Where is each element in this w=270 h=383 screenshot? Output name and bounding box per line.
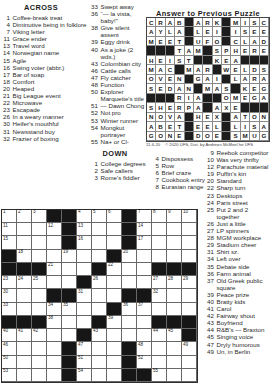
answer-cell: I (241, 122, 250, 131)
grid-cell[interactable] (167, 342, 182, 355)
clue-item: 44R&B's — Braxton (206, 326, 269, 333)
grid-cell[interactable]: 47 (77, 342, 92, 355)
clue-text: R&B's — Braxton (217, 326, 265, 333)
cell-number: 15 (3, 237, 8, 242)
grid-cell[interactable] (137, 329, 152, 342)
grid-cell[interactable]: 42 (32, 329, 47, 342)
cell-number: 39 (108, 316, 113, 321)
clue-number: 22 (2, 99, 10, 106)
grid-cell[interactable] (32, 369, 47, 382)
grid-cell[interactable] (107, 236, 122, 249)
grid-cell[interactable] (17, 342, 32, 355)
grid-cell[interactable]: 25 (32, 276, 47, 289)
clue-text: Standard (217, 177, 242, 184)
answer-cell: I (166, 56, 175, 65)
grid-cell[interactable] (92, 250, 107, 263)
answer-cell: S (260, 65, 269, 74)
grid-cell[interactable] (152, 356, 167, 369)
grid-cell[interactable] (182, 356, 197, 369)
clue-number: 13 (2, 42, 10, 49)
grid-cell[interactable] (152, 303, 167, 316)
answer-cell: D (166, 84, 175, 93)
answer-cell: L (213, 122, 222, 131)
cell-number: 41 (18, 329, 23, 334)
grid-cell[interactable] (152, 236, 167, 249)
grid-cell[interactable] (152, 250, 167, 263)
cell-number: 26 (93, 277, 98, 282)
cell-number: 31 (78, 290, 83, 295)
clue-item: 2Safe callers (90, 167, 147, 174)
grid-cell[interactable] (47, 250, 62, 263)
answer-cell: S (213, 46, 222, 55)
answer-cell: E (241, 46, 250, 55)
grid-cell[interactable]: 5 (92, 210, 107, 223)
crossword-page: { "game": "crossword", "header_across": … (0, 0, 270, 383)
black-cell (147, 94, 156, 103)
grid-cell[interactable] (17, 303, 32, 316)
black-cell (147, 46, 156, 55)
cell-number: 7 (138, 210, 141, 215)
grid-cell[interactable]: 26 (92, 276, 107, 289)
answer-cell: C (166, 65, 175, 74)
grid-cell[interactable] (167, 289, 182, 302)
clue-number: 32 (2, 135, 10, 142)
grid-cell[interactable] (107, 276, 122, 289)
clue-text: — Dawn Chong (101, 102, 145, 109)
cell-number: 24 (18, 277, 23, 282)
answer-cell: C (260, 18, 269, 27)
answer-cell: E (260, 46, 269, 55)
answer-cell: A (260, 94, 269, 103)
grid-cell[interactable]: 37 (137, 303, 152, 316)
answer-cell: A (175, 84, 184, 93)
grid-cell[interactable] (32, 250, 47, 263)
answer-cell: O (213, 37, 222, 46)
clue-text: Cattle calls (101, 67, 131, 74)
clue-text: Heifer's mouthful (13, 120, 59, 127)
black-cell (2, 316, 17, 329)
black-cell (250, 56, 259, 65)
clue-text: Grace ender (13, 35, 47, 42)
grid-cell[interactable]: 52 (137, 356, 152, 369)
clue-text: Old Greek public square (217, 277, 263, 291)
grid-cell[interactable] (92, 303, 107, 316)
answer-cell: S (241, 27, 250, 36)
answer-cell: E (250, 27, 259, 36)
cell-number: 20 (123, 250, 128, 255)
grid-cell[interactable]: 36 (122, 303, 137, 316)
grid-cell[interactable] (137, 263, 152, 276)
grid-cell[interactable] (77, 263, 92, 276)
black-cell (32, 263, 47, 276)
grid-cell[interactable] (47, 356, 62, 369)
grid-cell[interactable]: 20 (122, 250, 137, 263)
grid-cell[interactable]: 40 (2, 329, 17, 342)
grid-cell[interactable] (182, 369, 197, 382)
clue-number: 23 (206, 192, 214, 199)
clue-item: 51— Dawn Chong (90, 102, 147, 109)
clue-text: Travel word (13, 42, 45, 49)
clue-item: 45Singing voice (206, 333, 269, 340)
grid-cell[interactable] (47, 236, 62, 249)
cell-number: 38 (48, 316, 53, 321)
black-cell (62, 210, 77, 223)
answer-cell: E (166, 122, 175, 131)
grid-cell[interactable]: 10 (182, 210, 197, 223)
grid-cell[interactable]: 49 (182, 342, 197, 355)
clue-item: 43Colombian city (90, 60, 147, 67)
black-cell (167, 263, 182, 276)
grid-cell[interactable]: 41 (17, 329, 32, 342)
clue-number: 7 (151, 176, 159, 183)
cell-number: 51 (78, 356, 83, 361)
grid-cell[interactable] (137, 316, 152, 329)
grid-cell[interactable]: 27 (152, 276, 167, 289)
answer-cell: X (222, 103, 231, 112)
grid-cell[interactable] (167, 303, 182, 316)
black-cell (62, 236, 77, 249)
grid-cell[interactable]: 44 (152, 329, 167, 342)
grid-cell[interactable]: 48 (137, 342, 152, 355)
grid-cell[interactable]: 50 (2, 356, 17, 369)
grid-cell[interactable]: 54 (77, 369, 92, 382)
answer-cell: I (241, 18, 250, 27)
clue-text: Microwave (13, 99, 43, 106)
answer-cell: C (147, 18, 156, 27)
clue-text: Colombian city (101, 60, 142, 67)
clue-item: 47Fly catcher (90, 74, 147, 81)
clue-item: 4Dispossess (151, 155, 207, 162)
cell-number: 33 (3, 303, 8, 308)
grid-cell[interactable] (77, 316, 92, 329)
grid-cell[interactable] (167, 250, 182, 263)
clue-number: 14 (2, 49, 10, 56)
clue-number: 55 (90, 138, 98, 145)
grid-cell[interactable]: 3 (32, 210, 47, 223)
grid-cell[interactable]: 16 (77, 236, 92, 249)
clue-text: Bar of soap (13, 71, 45, 78)
grid-cell[interactable] (47, 276, 62, 289)
grid-cell[interactable] (32, 289, 47, 302)
grid-cell[interactable] (17, 236, 32, 249)
answer-cell: O (203, 132, 212, 141)
grid-cell[interactable]: 24 (17, 276, 32, 289)
cell-number: 23 (3, 277, 8, 282)
grid-cell[interactable] (152, 342, 167, 355)
puzzle-grid: 1234567891011121314151617181920212223242… (1, 209, 198, 383)
answer-grid: CRABARKMISCAYLALEIISEEMEETUFOCLADTAMSPHE… (146, 17, 270, 142)
grid-cell[interactable] (182, 289, 197, 302)
grid-cell[interactable]: 43 (92, 329, 107, 342)
grid-cell[interactable]: 15 (2, 236, 17, 249)
grid-cell[interactable] (152, 223, 167, 236)
answer-cell: R (175, 103, 184, 112)
down-clues-1-3: 1College degrees2Safe callers3Rome's fid… (90, 160, 147, 181)
black-cell (167, 316, 182, 329)
clue-number: 48 (90, 81, 98, 88)
black-cell (137, 289, 152, 302)
grid-cell[interactable] (122, 263, 137, 276)
clue-number: 33 (90, 3, 98, 10)
grid-cell[interactable] (107, 342, 122, 355)
black-cell (17, 263, 32, 276)
grid-cell[interactable]: 12 (47, 223, 62, 236)
grid-cell[interactable]: 31 (77, 289, 92, 302)
grid-cell[interactable] (32, 303, 47, 316)
clue-item: 20Standard (206, 177, 269, 184)
answer-cell: G (147, 132, 156, 141)
grid-cell[interactable]: 13 (77, 223, 92, 236)
answer-cell: A (175, 113, 184, 122)
grid-cell[interactable] (182, 250, 197, 263)
grid-cell[interactable] (122, 276, 137, 289)
grid-cell[interactable]: 14 (137, 223, 152, 236)
clue-number: 6 (151, 169, 159, 176)
grid-cell[interactable] (107, 289, 122, 302)
grid-cell[interactable]: 45 (167, 329, 182, 342)
clue-number: 22 (206, 184, 214, 191)
grid-cell[interactable]: 7 (137, 210, 152, 223)
clue-text: Stadium cheer (217, 241, 257, 248)
clue-number: 19 (206, 170, 214, 177)
answer-cell: X (213, 113, 222, 122)
answer-cell: S (250, 18, 259, 27)
clue-item: 33Swept away (90, 3, 147, 10)
clue-number: 26 (206, 220, 214, 227)
answer-cell: A (175, 27, 184, 36)
answer-cell: B (175, 18, 184, 27)
grid-cell[interactable] (32, 223, 47, 236)
grid-cell[interactable] (167, 369, 182, 382)
grid-cell[interactable] (92, 223, 107, 236)
black-cell (222, 132, 231, 141)
grid-cell[interactable] (182, 236, 197, 249)
grid-cell[interactable] (77, 250, 92, 263)
clue-number: 16 (2, 64, 10, 71)
grid-cell[interactable] (32, 342, 47, 355)
grid-cell[interactable] (92, 356, 107, 369)
clue-item: 43Boyfriend (206, 319, 269, 326)
clue-text: Sharp turn (217, 184, 246, 191)
black-cell (166, 94, 175, 103)
clue-number: 18 (2, 78, 10, 85)
grid-cell[interactable]: 9 (167, 210, 182, 223)
grid-cell[interactable]: 46 (2, 342, 17, 355)
grid-cell[interactable] (137, 276, 152, 289)
black-cell (222, 75, 231, 84)
clue-number: 3 (90, 174, 98, 181)
grid-cell[interactable] (62, 276, 77, 289)
grid-cell[interactable] (182, 303, 197, 316)
clue-item: 22Sharp turn (206, 184, 269, 191)
cell-number: 18 (18, 250, 23, 255)
grid-cell[interactable]: 29 (182, 276, 197, 289)
cell-number: 55 (153, 369, 158, 374)
answer-cell: A (166, 18, 175, 27)
cell-number: 35 (63, 303, 68, 308)
grid-cell[interactable]: 28 (167, 276, 182, 289)
grid-cell[interactable] (47, 369, 62, 382)
cell-number: 46 (3, 343, 8, 348)
across-clues-33-55: 33Swept away36“— la vista, baby!”38Give … (90, 3, 147, 145)
black-cell (222, 37, 231, 46)
grid-cell[interactable]: 1 (2, 210, 17, 223)
answer-cell: M (241, 132, 250, 141)
grid-cell[interactable] (17, 289, 32, 302)
black-cell (2, 263, 17, 276)
grid-cell[interactable] (92, 289, 107, 302)
clue-number: 2 (90, 167, 98, 174)
clue-number: 17 (2, 71, 10, 78)
answer-cell: S (175, 56, 184, 65)
clue-number: 46 (90, 67, 98, 74)
black-cell (185, 75, 194, 84)
clue-text: Eggy drink (101, 38, 130, 45)
grid-cell[interactable]: 53 (2, 369, 17, 382)
clue-number: 49 (206, 348, 214, 355)
black-cell (222, 122, 231, 131)
grid-cell[interactable] (167, 223, 182, 236)
grid-cell[interactable]: 19 (62, 250, 77, 263)
black-cell (185, 18, 194, 27)
answer-cell: A (231, 56, 240, 65)
clue-number: 36 (206, 270, 214, 277)
clue-text: Swing voter (abbr.) (13, 64, 65, 71)
grid-cell[interactable]: 39 (107, 316, 122, 329)
clue-number: 7 (2, 28, 10, 35)
cell-number: 48 (138, 343, 143, 348)
answer-cell: L (231, 75, 240, 84)
answer-cell: M (147, 65, 156, 74)
grid-cell[interactable]: 21 (47, 263, 62, 276)
grid-cell[interactable]: 8 (152, 210, 167, 223)
answer-cell: E (175, 132, 184, 141)
clue-text: Safe callers (101, 167, 133, 174)
grid-cell[interactable]: 23 (2, 276, 17, 289)
grid-cell[interactable]: 17 (137, 236, 152, 249)
black-cell (32, 316, 47, 329)
answer-cell: A (194, 103, 203, 112)
grid-cell[interactable] (17, 356, 32, 369)
clue-number: 39 (206, 291, 214, 298)
clue-text: Puffin's kin (217, 170, 247, 177)
down-clues-4-8: 4Dispossess5Row6Brief craze7Cookbook ent… (151, 155, 207, 190)
black-cell (182, 263, 197, 276)
grid-cell[interactable]: 4 (77, 210, 92, 223)
grid-cell[interactable] (167, 236, 182, 249)
clue-item: 11Grace ender (2, 35, 88, 42)
grid-cell[interactable]: 33 (2, 303, 17, 316)
clue-item: 50Explorer Marquette's title (90, 88, 147, 102)
clue-number: 29 (206, 241, 214, 248)
grid-cell[interactable]: 55 (152, 369, 167, 382)
answer-cell: K (213, 18, 222, 27)
grid-cell[interactable]: 2 (17, 210, 32, 223)
grid-cell[interactable] (137, 250, 152, 263)
grid-cell[interactable]: 11 (2, 223, 17, 236)
clue-number: 4 (151, 155, 159, 162)
clue-item: 9Reebok competitor (206, 149, 269, 156)
grid-cell[interactable]: 34 (47, 303, 62, 316)
grid-cell[interactable] (62, 316, 77, 329)
answer-cell: T (175, 122, 184, 131)
clue-item: 18Comfort (2, 78, 88, 85)
answer-cell: E (203, 122, 212, 131)
clue-item: 7Viking letter (2, 28, 88, 35)
answer-cell: M (203, 84, 212, 93)
black-cell (203, 46, 212, 55)
grid-cell[interactable] (62, 263, 77, 276)
clue-item: 21Big League event (2, 92, 88, 99)
black-cell (260, 56, 269, 65)
grid-cell[interactable]: 30 (2, 289, 17, 302)
grid-cell[interactable] (92, 236, 107, 249)
clue-text: Not pro (101, 109, 121, 116)
clue-text: MGM workplace (217, 234, 262, 241)
grid-cell[interactable] (182, 223, 197, 236)
grid-cell[interactable] (62, 329, 77, 342)
grid-cell[interactable]: 35 (62, 303, 77, 316)
clue-item: 16Swing voter (abbr.) (2, 64, 88, 71)
grid-cell[interactable] (107, 356, 122, 369)
black-cell (185, 27, 194, 36)
clue-number: 40 (206, 298, 214, 305)
clue-text: Was very thrifty (217, 156, 259, 163)
clue-text: Diminutive being in folklore (13, 21, 87, 28)
answer-cell: E (260, 27, 269, 36)
answer-cell: P (185, 103, 194, 112)
answer-cell: A (241, 75, 250, 84)
grid-cell[interactable] (122, 329, 137, 342)
clue-number: 23 (2, 106, 10, 113)
grid-cell[interactable] (47, 329, 62, 342)
grid-cell[interactable] (92, 342, 107, 355)
grid-cell[interactable] (107, 329, 122, 342)
clue-number: 1 (2, 14, 10, 21)
grid-cell[interactable]: 22 (107, 263, 122, 276)
clue-text: Viking letter (13, 28, 45, 35)
grid-cell[interactable] (32, 356, 47, 369)
grid-cell[interactable]: 6 (107, 210, 122, 223)
clue-number: 24 (206, 199, 214, 206)
grid-cell[interactable] (17, 223, 32, 236)
grid-cell[interactable]: 18 (17, 250, 32, 263)
grid-cell[interactable] (107, 369, 122, 382)
grid-cell[interactable] (17, 369, 32, 382)
grid-cell[interactable]: 32 (152, 289, 167, 302)
grid-cell[interactable]: 51 (77, 356, 92, 369)
grid-cell[interactable]: 38 (47, 316, 62, 329)
black-cell (122, 356, 137, 369)
grid-cell[interactable] (47, 342, 62, 355)
clue-number: 53 (90, 117, 98, 124)
clue-text: Give silent assent (101, 24, 130, 38)
black-cell (2, 250, 17, 263)
grid-cell[interactable] (92, 369, 107, 382)
grid-cell[interactable] (32, 236, 47, 249)
answer-cell: S (147, 103, 156, 112)
answer-cell: T (185, 56, 194, 65)
grid-cell[interactable] (122, 316, 137, 329)
clue-text: Put 2 and 2 together (217, 206, 249, 220)
cell-number: 4 (78, 210, 81, 215)
grid-cell[interactable] (167, 356, 182, 369)
grid-cell[interactable] (107, 223, 122, 236)
clue-text: Frazier of boxing (13, 135, 59, 142)
clue-item: 15Agile (2, 57, 88, 64)
clue-item: 20Heaped (2, 85, 88, 92)
grid-cell[interactable] (77, 303, 92, 316)
